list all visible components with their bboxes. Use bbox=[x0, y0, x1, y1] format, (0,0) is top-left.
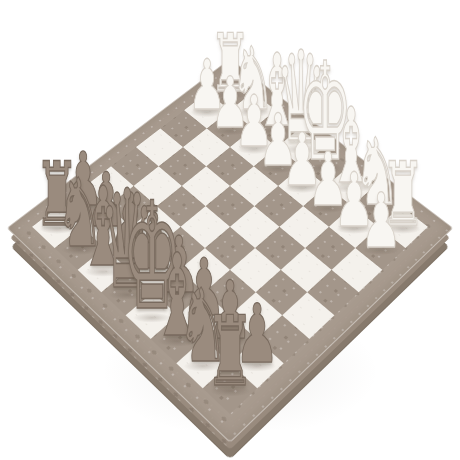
piece-black-rook-h8[interactable]: ♜ bbox=[206, 304, 255, 401]
pieces-layer: ♜♞♝♛♚♝♞♜♟♟♟♟♟♟♟♟♟♟♟♟♟♟♟♟♜♞♝♛♚♝♞♜ bbox=[0, 0, 460, 460]
marble-chess-set-photo: ♜♞♝♛♚♝♞♜♟♟♟♟♟♟♟♟♟♟♟♟♟♟♟♟♜♞♝♛♚♝♞♜ bbox=[0, 0, 460, 460]
piece-white-pawn-h2[interactable]: ♟ bbox=[360, 183, 402, 259]
